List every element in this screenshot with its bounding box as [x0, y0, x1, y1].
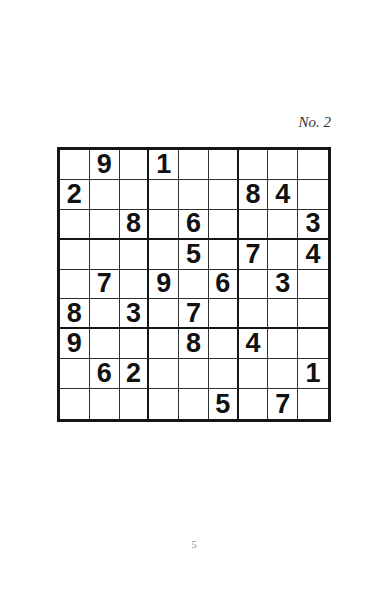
cell-r6c6 — [209, 299, 239, 329]
cell-r1c8 — [268, 150, 298, 180]
cell-r3c2 — [90, 210, 120, 240]
cell-r7c7: 4 — [239, 329, 269, 359]
cell-r8c9: 1 — [298, 359, 328, 389]
cell-r3c4 — [149, 210, 179, 240]
cell-r3c3: 8 — [120, 210, 150, 240]
cell-r1c1 — [60, 150, 90, 180]
cell-r2c3 — [120, 180, 150, 210]
cell-r3c8 — [268, 210, 298, 240]
cell-r3c7 — [239, 210, 269, 240]
cell-r6c8 — [268, 299, 298, 329]
cell-r9c4 — [149, 389, 179, 419]
cell-r5c5 — [179, 270, 209, 300]
cell-r8c2: 6 — [90, 359, 120, 389]
cell-r3c1 — [60, 210, 90, 240]
cell-r3c9: 3 — [298, 210, 328, 240]
cell-r7c6 — [209, 329, 239, 359]
cell-r5c7 — [239, 270, 269, 300]
cell-r8c7 — [239, 359, 269, 389]
cell-r1c2: 9 — [90, 150, 120, 180]
cell-r4c6 — [209, 240, 239, 270]
cell-r7c4 — [149, 329, 179, 359]
cell-r2c7: 8 — [239, 180, 269, 210]
cell-r6c3: 3 — [120, 299, 150, 329]
cell-r1c6 — [209, 150, 239, 180]
sudoku-board: 91284863574796383798462157 — [57, 147, 331, 422]
cell-r6c4 — [149, 299, 179, 329]
cell-r1c4: 1 — [149, 150, 179, 180]
cell-r7c8 — [268, 329, 298, 359]
cell-r2c8: 4 — [268, 180, 298, 210]
cell-r7c9 — [298, 329, 328, 359]
cell-r9c6: 5 — [209, 389, 239, 419]
cell-r9c8: 7 — [268, 389, 298, 419]
cell-r2c9 — [298, 180, 328, 210]
cell-r7c3 — [120, 329, 150, 359]
cell-r9c9 — [298, 389, 328, 419]
cell-r7c1: 9 — [60, 329, 90, 359]
cell-r1c7 — [239, 150, 269, 180]
cell-r6c9 — [298, 299, 328, 329]
cell-r2c1: 2 — [60, 180, 90, 210]
cell-r4c9: 4 — [298, 240, 328, 270]
cell-r5c8: 3 — [268, 270, 298, 300]
cell-r6c1: 8 — [60, 299, 90, 329]
cell-r3c5: 6 — [179, 210, 209, 240]
cell-r9c1 — [60, 389, 90, 419]
cell-r8c5 — [179, 359, 209, 389]
cell-r9c3 — [120, 389, 150, 419]
cell-r8c6 — [209, 359, 239, 389]
page-number: 5 — [0, 539, 388, 550]
cell-r5c6: 6 — [209, 270, 239, 300]
cell-r4c8 — [268, 240, 298, 270]
cell-r8c1 — [60, 359, 90, 389]
cell-r4c5: 5 — [179, 240, 209, 270]
cell-r1c3 — [120, 150, 150, 180]
cell-r9c7 — [239, 389, 269, 419]
cell-r5c3 — [120, 270, 150, 300]
cell-r7c2 — [90, 329, 120, 359]
cell-r2c2 — [90, 180, 120, 210]
cell-r2c6 — [209, 180, 239, 210]
cell-r9c2 — [90, 389, 120, 419]
book-page: No. 2 91284863574796383798462157 5 — [0, 0, 388, 595]
cell-r2c5 — [179, 180, 209, 210]
puzzle-number-label: No. 2 — [57, 114, 331, 131]
cell-r5c1 — [60, 270, 90, 300]
cell-r8c3: 2 — [120, 359, 150, 389]
cell-r4c3 — [120, 240, 150, 270]
cell-r7c5: 8 — [179, 329, 209, 359]
cell-r5c4: 9 — [149, 270, 179, 300]
cell-r4c2 — [90, 240, 120, 270]
cell-r4c7: 7 — [239, 240, 269, 270]
cell-r6c2 — [90, 299, 120, 329]
cell-r6c7 — [239, 299, 269, 329]
cell-r4c1 — [60, 240, 90, 270]
cell-r5c9 — [298, 270, 328, 300]
cell-r3c6 — [209, 210, 239, 240]
cell-r9c5 — [179, 389, 209, 419]
cell-r4c4 — [149, 240, 179, 270]
cell-r5c2: 7 — [90, 270, 120, 300]
cell-r1c9 — [298, 150, 328, 180]
cell-r2c4 — [149, 180, 179, 210]
cell-r6c5: 7 — [179, 299, 209, 329]
cell-r8c4 — [149, 359, 179, 389]
cell-r1c5 — [179, 150, 209, 180]
cell-r8c8 — [268, 359, 298, 389]
